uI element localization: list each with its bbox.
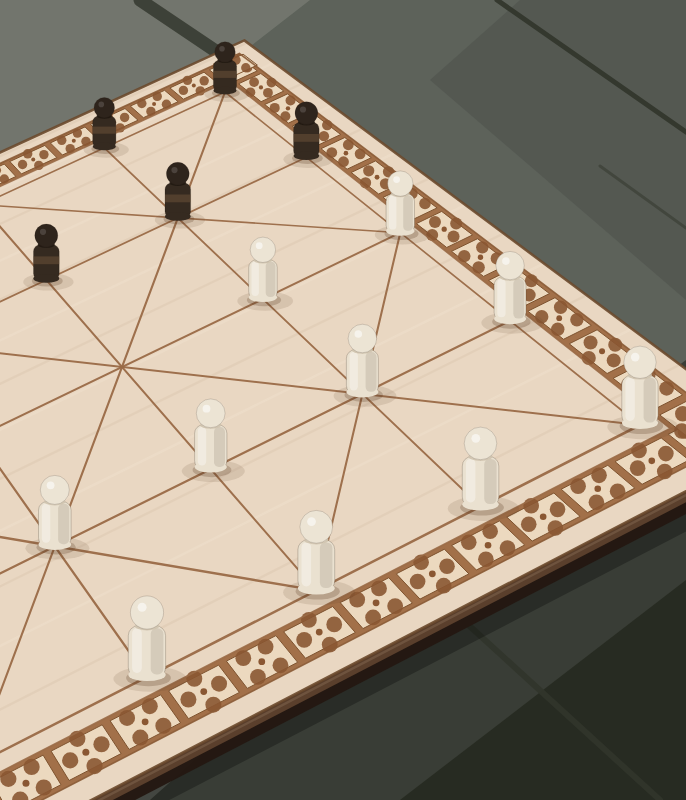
- flower-petal: [610, 483, 626, 499]
- peg-shade: [214, 427, 225, 467]
- flower-center: [373, 599, 380, 606]
- flower-petal: [273, 657, 289, 673]
- peg-highlight: [466, 459, 476, 503]
- peg-highlight: [252, 262, 259, 296]
- flower-petal: [551, 323, 564, 336]
- flower-petal: [343, 139, 354, 150]
- peg-head-highlight: [171, 167, 177, 173]
- flower-petal: [436, 578, 452, 594]
- flower-petal: [360, 177, 371, 188]
- flower-petal: [296, 632, 312, 648]
- peg-shade: [320, 542, 333, 588]
- peg-head: [94, 97, 115, 118]
- peg-head: [624, 346, 656, 378]
- peg-head: [464, 427, 497, 460]
- flower-petal: [338, 156, 349, 167]
- flower-petal: [280, 111, 290, 121]
- peg-head-highlight: [393, 176, 400, 183]
- flower-petal: [322, 637, 338, 653]
- flower-center: [152, 102, 156, 106]
- flower-center: [200, 688, 207, 695]
- flower-center: [316, 629, 323, 636]
- flower-petal: [591, 468, 607, 484]
- flower-center: [142, 718, 149, 725]
- flower-petal: [500, 540, 516, 556]
- flower-petal: [570, 313, 583, 326]
- flower-center: [31, 158, 35, 162]
- peg-head-highlight: [256, 242, 263, 249]
- flower-petal: [419, 198, 431, 210]
- flower-petal: [36, 779, 52, 795]
- peg-wood-band: [93, 127, 116, 134]
- peg-highlight: [350, 352, 358, 390]
- peg-highlight: [497, 279, 505, 317]
- peg-head: [166, 162, 189, 185]
- flower-petal: [461, 535, 477, 551]
- flower-petal: [608, 338, 622, 352]
- peg-shade: [403, 196, 413, 231]
- flower-petal: [582, 351, 596, 365]
- peg-head-highlight: [300, 106, 306, 112]
- peg-head: [388, 171, 413, 196]
- peg-wood-band: [294, 134, 320, 142]
- peg-shade: [366, 352, 377, 392]
- peg-head-highlight: [307, 517, 316, 526]
- peg-base: [294, 152, 320, 161]
- flower-center: [478, 255, 483, 260]
- flower-petal: [448, 230, 460, 242]
- flower-petal: [250, 669, 266, 685]
- peg-head-highlight: [40, 229, 46, 235]
- peg-head-highlight: [219, 46, 225, 52]
- peg-wood-band: [213, 71, 236, 78]
- flower-petal: [120, 113, 129, 122]
- peg-head: [40, 475, 69, 504]
- peg-head: [196, 399, 225, 428]
- peg-shade: [151, 628, 164, 674]
- peg-wood-band: [165, 195, 191, 203]
- flower-petal: [319, 131, 329, 141]
- flower-petal: [548, 520, 564, 536]
- peg-wood-band: [34, 256, 60, 264]
- flower-petal: [211, 676, 227, 692]
- peg-highlight: [42, 504, 51, 543]
- flower-petal: [550, 502, 566, 518]
- peg-head-highlight: [471, 434, 480, 443]
- flower-petal: [584, 335, 598, 349]
- flower-petal: [62, 752, 78, 768]
- peg-head: [215, 42, 236, 63]
- peg-highlight: [132, 628, 142, 673]
- peg-head: [348, 324, 377, 353]
- flower-center: [485, 542, 492, 549]
- peg-shade: [644, 378, 656, 423]
- peg-base: [165, 212, 191, 221]
- flower-center: [648, 458, 655, 465]
- flower-petal: [132, 730, 148, 746]
- flower-petal: [410, 574, 426, 590]
- flower-center: [192, 84, 196, 88]
- flower-center: [344, 151, 349, 156]
- peg-base: [213, 87, 236, 95]
- flower-center: [429, 570, 436, 577]
- flower-petal: [199, 76, 208, 85]
- flower-petal: [263, 88, 273, 98]
- flower-petal: [179, 86, 188, 95]
- photo-scene: [0, 0, 686, 800]
- flower-petal: [270, 103, 280, 113]
- flower-petal: [155, 718, 171, 734]
- flower-petal: [570, 478, 586, 494]
- flower-center: [286, 106, 290, 110]
- flower-petal: [482, 524, 498, 540]
- flower-center: [82, 749, 89, 756]
- flower-petal: [322, 120, 332, 130]
- flower-petal: [450, 217, 462, 229]
- flower-petal: [630, 460, 646, 476]
- peg-shade: [266, 262, 276, 297]
- flower-center: [442, 227, 447, 232]
- flower-petal: [241, 63, 250, 72]
- peg-head-highlight: [355, 330, 363, 338]
- flower-petal: [39, 150, 48, 159]
- peg-shade: [513, 279, 524, 319]
- flower-petal: [554, 301, 567, 314]
- flower-petal: [387, 598, 403, 614]
- flower-petal: [0, 771, 16, 787]
- flower-petal: [472, 261, 484, 273]
- peg-highlight: [625, 378, 634, 421]
- flower-petal: [326, 617, 342, 633]
- flower-petal: [93, 736, 109, 752]
- flower-petal: [18, 160, 27, 169]
- flower-petal: [658, 446, 674, 462]
- flower-petal: [363, 165, 374, 176]
- peg-head-highlight: [502, 257, 510, 265]
- flower-petal: [657, 464, 673, 480]
- flower-center: [599, 348, 605, 354]
- flower-petal: [86, 758, 102, 774]
- peg-base: [93, 143, 116, 151]
- flower-petal: [659, 381, 674, 396]
- flower-center: [556, 315, 562, 321]
- peg-head: [496, 251, 524, 279]
- flower-center: [72, 139, 76, 143]
- flower-petal: [478, 551, 494, 567]
- peg-highlight: [198, 427, 206, 466]
- flower-center: [22, 780, 29, 787]
- peg-highlight: [302, 542, 312, 586]
- flower-petal: [607, 353, 621, 367]
- flower-center: [259, 85, 263, 89]
- peg-head: [300, 510, 333, 543]
- flower-petal: [589, 494, 605, 510]
- flower-petal: [267, 78, 277, 88]
- flower-petal: [286, 96, 296, 106]
- peg-head-highlight: [203, 405, 211, 413]
- flower-petal: [458, 250, 470, 262]
- flower-petal: [365, 610, 381, 626]
- flower-center: [540, 513, 547, 520]
- peg-head-highlight: [631, 353, 640, 362]
- peg-shade: [484, 459, 496, 504]
- flower-petal: [119, 710, 135, 726]
- flower-center: [258, 658, 265, 665]
- peg-head: [130, 596, 163, 629]
- peg-base: [33, 274, 59, 283]
- flower-petal: [525, 274, 538, 287]
- peg-head-highlight: [99, 102, 105, 108]
- flower-petal: [180, 691, 196, 707]
- flower-petal: [142, 698, 158, 714]
- flower-petal: [258, 639, 274, 655]
- flower-petal: [23, 759, 39, 775]
- flower-petal: [371, 581, 387, 597]
- flower-petal: [429, 216, 441, 228]
- flower-petal: [205, 697, 221, 713]
- flower-petal: [249, 77, 259, 87]
- flower-petal: [521, 516, 537, 532]
- flower-center: [375, 175, 380, 180]
- peg-head: [295, 102, 318, 125]
- peg-head: [35, 224, 58, 247]
- flower-center: [594, 485, 601, 492]
- alquerque-board-photo: [0, 0, 686, 800]
- flower-petal: [235, 650, 251, 666]
- flower-petal: [355, 148, 366, 159]
- peg-head: [250, 237, 275, 262]
- peg-shade: [58, 504, 69, 545]
- flower-petal: [476, 241, 488, 253]
- peg-head-highlight: [47, 481, 55, 489]
- peg-head-highlight: [138, 603, 147, 612]
- flower-petal: [439, 559, 455, 575]
- peg-highlight: [389, 196, 396, 230]
